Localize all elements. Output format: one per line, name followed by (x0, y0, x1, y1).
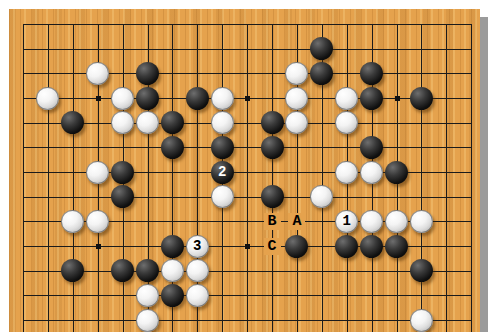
grid-horizontal-line (23, 320, 472, 321)
white-stone (86, 210, 109, 233)
move-number-label: 2 (211, 161, 234, 184)
star-point (96, 244, 101, 249)
white-stone (136, 111, 159, 134)
grid-vertical-line (421, 24, 422, 332)
white-stone (285, 87, 308, 110)
white-stone (211, 185, 234, 208)
white-stone (360, 210, 383, 233)
star-point (96, 96, 101, 101)
grid-vertical-line (23, 24, 24, 332)
white-stone (61, 210, 84, 233)
black-stone (111, 185, 134, 208)
board-shadow (480, 17, 488, 332)
black-stone (310, 37, 333, 60)
grid-vertical-line (73, 24, 74, 332)
grid-horizontal-line (23, 271, 472, 272)
grid-vertical-line (471, 24, 472, 332)
black-stone (335, 235, 358, 258)
grid-horizontal-line (23, 197, 472, 198)
black-stone (360, 62, 383, 85)
star-point (245, 96, 250, 101)
white-stone (285, 62, 308, 85)
grid-horizontal-line (23, 24, 472, 25)
point-label-C: C (264, 238, 281, 255)
white-stone (186, 284, 209, 307)
black-stone (111, 161, 134, 184)
grid-horizontal-line (23, 49, 472, 50)
white-stone (36, 87, 59, 110)
black-stone (111, 259, 134, 282)
black-stone (261, 136, 284, 159)
white-stone (310, 185, 333, 208)
black-stone (261, 185, 284, 208)
white-stone (335, 87, 358, 110)
white-stone (211, 87, 234, 110)
go-diagram-screenshot: 213 ABC (0, 0, 500, 332)
black-stone: 2 (211, 161, 234, 184)
grid-vertical-line (247, 24, 248, 332)
black-stone (410, 87, 433, 110)
white-stone (136, 309, 159, 332)
white-stone (211, 111, 234, 134)
white-stone (335, 161, 358, 184)
black-stone (211, 136, 234, 159)
white-stone (136, 284, 159, 307)
white-stone (360, 161, 383, 184)
star-point (245, 244, 250, 249)
white-stone (410, 309, 433, 332)
black-stone (136, 62, 159, 85)
black-stone (136, 87, 159, 110)
black-stone (360, 87, 383, 110)
black-stone (385, 161, 408, 184)
white-stone (86, 62, 109, 85)
grid-horizontal-line (23, 123, 472, 124)
white-stone (186, 259, 209, 282)
white-stone (111, 87, 134, 110)
black-stone (186, 87, 209, 110)
point-label-B: B (264, 213, 281, 230)
star-point (395, 96, 400, 101)
black-stone (385, 235, 408, 258)
white-stone (410, 210, 433, 233)
white-stone (161, 259, 184, 282)
black-stone (161, 284, 184, 307)
black-stone (136, 259, 159, 282)
white-stone (285, 111, 308, 134)
point-label-A: A (288, 213, 305, 230)
black-stone (161, 136, 184, 159)
black-stone (410, 259, 433, 282)
black-stone (360, 235, 383, 258)
white-stone (385, 210, 408, 233)
black-stone (310, 62, 333, 85)
black-stone (261, 111, 284, 134)
grid-horizontal-line (23, 295, 472, 296)
white-stone (335, 111, 358, 134)
white-stone: 1 (335, 210, 358, 233)
white-stone (86, 161, 109, 184)
go-board[interactable]: 213 ABC (9, 9, 480, 332)
black-stone (285, 235, 308, 258)
white-stone: 3 (186, 235, 209, 258)
white-stone (111, 111, 134, 134)
black-stone (360, 136, 383, 159)
grid-vertical-line (446, 24, 447, 332)
black-stone (61, 259, 84, 282)
grid-vertical-line (272, 24, 273, 332)
move-number-label: 3 (187, 236, 208, 257)
black-stone (161, 111, 184, 134)
move-number-label: 1 (336, 211, 357, 232)
black-stone (61, 111, 84, 134)
grid-horizontal-line (23, 147, 472, 148)
black-stone (161, 235, 184, 258)
grid-vertical-line (48, 24, 49, 332)
